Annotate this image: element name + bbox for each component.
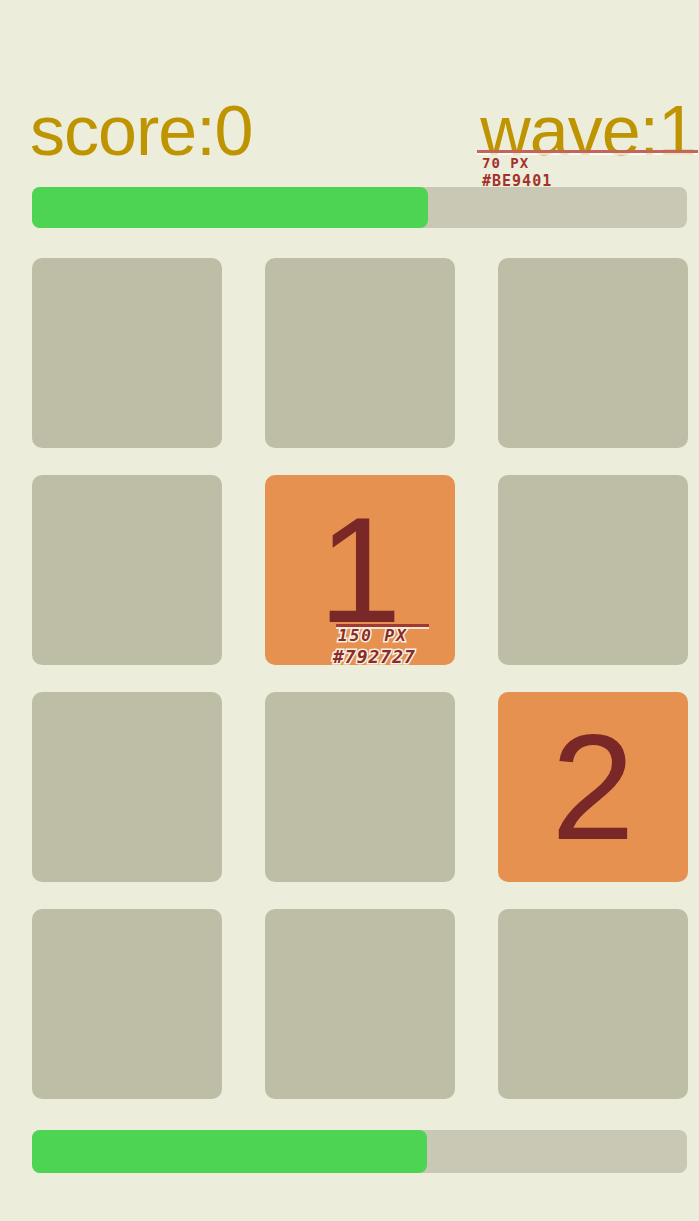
tile-r1c1-empty xyxy=(32,258,222,448)
tile-r1c2-empty xyxy=(265,258,455,448)
tile-r4c1-empty xyxy=(32,909,222,1099)
wave-annotation-font-size: 70 PX xyxy=(482,156,529,170)
game-screen: score:0 wave:1 70 PX #BE9401 12 150 PX #… xyxy=(0,0,699,1221)
tile-r4c3-empty xyxy=(498,909,688,1099)
top-progress-fill xyxy=(32,187,428,228)
tile-annotation-font-size: 150 PX xyxy=(338,628,408,644)
tile-r3c1-empty xyxy=(32,692,222,882)
tile-r2c3-empty xyxy=(498,475,688,665)
tile-r3c2-empty xyxy=(265,692,455,882)
tile-r1c3-empty xyxy=(498,258,688,448)
score-display: score:0 xyxy=(30,96,253,166)
board-grid[interactable]: 12 xyxy=(32,258,688,1099)
tile-r2c1-empty xyxy=(32,475,222,665)
tile-r4c2-empty xyxy=(265,909,455,1099)
top-progress-bar xyxy=(32,187,687,228)
bottom-progress-bar xyxy=(32,1130,687,1173)
tile-annotation-color-hex: #792727 xyxy=(333,648,416,666)
tile-r3c3-value-2: 2 xyxy=(498,692,688,882)
bottom-progress-fill xyxy=(32,1130,427,1173)
wave-annotation-underline xyxy=(477,150,698,153)
